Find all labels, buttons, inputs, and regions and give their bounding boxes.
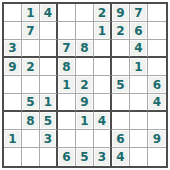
cell-r6c2[interactable]: 5	[22, 94, 40, 112]
cell-r7c5[interactable]: 1	[76, 112, 94, 130]
cell-r4c7[interactable]	[112, 58, 130, 76]
cell-r1c1[interactable]	[4, 4, 22, 22]
cell-r8c1[interactable]: 1	[4, 130, 22, 148]
cell-r5c9[interactable]: 6	[148, 76, 166, 94]
cell-r8c7[interactable]: 6	[112, 130, 130, 148]
cell-r3c8[interactable]: 4	[130, 40, 148, 58]
cell-r3c2[interactable]	[22, 40, 40, 58]
cell-r7c9[interactable]	[148, 112, 166, 130]
cell-r1c6[interactable]: 2	[94, 4, 112, 22]
cell-r5c5[interactable]: 2	[76, 76, 94, 94]
cell-r3c6[interactable]	[94, 40, 112, 58]
cell-r9c7[interactable]: 4	[112, 148, 130, 166]
cell-r5c4[interactable]: 1	[58, 76, 76, 94]
cell-r1c4[interactable]	[58, 4, 76, 22]
cell-r3c3[interactable]	[40, 40, 58, 58]
cell-r9c8[interactable]	[130, 148, 148, 166]
cell-r5c7[interactable]: 5	[112, 76, 130, 94]
cell-r7c6[interactable]: 4	[94, 112, 112, 130]
cell-r4c2[interactable]: 2	[22, 58, 40, 76]
cell-r8c3[interactable]: 3	[40, 130, 58, 148]
cell-r9c2[interactable]	[22, 148, 40, 166]
cell-r7c8[interactable]	[130, 112, 148, 130]
cell-r9c3[interactable]	[40, 148, 58, 166]
cell-r7c3[interactable]: 5	[40, 112, 58, 130]
cell-r4c9[interactable]	[148, 58, 166, 76]
cell-r6c3[interactable]: 1	[40, 94, 58, 112]
cell-r8c6[interactable]	[94, 130, 112, 148]
cell-r9c1[interactable]	[4, 148, 22, 166]
cell-r8c5[interactable]	[76, 130, 94, 148]
cell-r5c3[interactable]	[40, 76, 58, 94]
cell-r8c9[interactable]: 9	[148, 130, 166, 148]
cell-r2c1[interactable]	[4, 22, 22, 40]
cell-r8c4[interactable]	[58, 130, 76, 148]
cell-r2c9[interactable]	[148, 22, 166, 40]
cell-r4c8[interactable]: 1	[130, 58, 148, 76]
cell-r4c3[interactable]	[40, 58, 58, 76]
cell-r8c2[interactable]	[22, 130, 40, 148]
cell-r6c5[interactable]: 9	[76, 94, 94, 112]
cell-r4c1[interactable]: 9	[4, 58, 22, 76]
cell-r1c9[interactable]	[148, 4, 166, 22]
cell-r5c1[interactable]	[4, 76, 22, 94]
cell-r3c7[interactable]	[112, 40, 130, 58]
cell-r2c6[interactable]: 1	[94, 22, 112, 40]
cell-r1c3[interactable]: 4	[40, 4, 58, 22]
cell-r2c8[interactable]: 6	[130, 22, 148, 40]
cell-r7c1[interactable]	[4, 112, 22, 130]
cell-r1c2[interactable]: 1	[22, 4, 40, 22]
cell-r6c9[interactable]: 4	[148, 94, 166, 112]
cell-r5c8[interactable]	[130, 76, 148, 94]
cell-r8c8[interactable]	[130, 130, 148, 148]
cell-r3c5[interactable]: 8	[76, 40, 94, 58]
cell-r1c8[interactable]: 7	[130, 4, 148, 22]
cell-r2c7[interactable]: 2	[112, 22, 130, 40]
cell-r2c2[interactable]: 7	[22, 22, 40, 40]
sudoku-board: 1429771263784928112565194851413696534	[2, 2, 168, 168]
cell-r1c5[interactable]	[76, 4, 94, 22]
cell-r3c1[interactable]: 3	[4, 40, 22, 58]
cell-r2c4[interactable]	[58, 22, 76, 40]
cell-r2c5[interactable]	[76, 22, 94, 40]
cell-r6c1[interactable]	[4, 94, 22, 112]
cell-r3c9[interactable]	[148, 40, 166, 58]
cell-r4c5[interactable]	[76, 58, 94, 76]
cell-r9c4[interactable]: 6	[58, 148, 76, 166]
cell-r7c2[interactable]: 8	[22, 112, 40, 130]
cell-r6c4[interactable]	[58, 94, 76, 112]
cell-r6c8[interactable]	[130, 94, 148, 112]
cell-r5c2[interactable]	[22, 76, 40, 94]
cell-r4c4[interactable]: 8	[58, 58, 76, 76]
cell-r5c6[interactable]	[94, 76, 112, 94]
cell-r7c7[interactable]	[112, 112, 130, 130]
cell-r9c9[interactable]	[148, 148, 166, 166]
cell-r3c4[interactable]: 7	[58, 40, 76, 58]
cell-r7c4[interactable]	[58, 112, 76, 130]
cell-r4c6[interactable]	[94, 58, 112, 76]
cell-r9c5[interactable]: 5	[76, 148, 94, 166]
cell-r2c3[interactable]	[40, 22, 58, 40]
cell-r6c6[interactable]	[94, 94, 112, 112]
cell-r6c7[interactable]	[112, 94, 130, 112]
cell-r1c7[interactable]: 9	[112, 4, 130, 22]
cell-r9c6[interactable]: 3	[94, 148, 112, 166]
